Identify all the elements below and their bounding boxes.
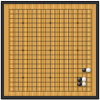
star-point-k4: [50, 77, 52, 79]
star-point-q10: [77, 50, 79, 52]
star-point-d4: [22, 77, 24, 79]
star-point-d16: [22, 22, 24, 24]
board-frame: [1, 1, 99, 99]
black-stone-q3[interactable]: [77, 82, 82, 87]
star-point-d10: [22, 50, 24, 52]
white-stone-r4[interactable]: [82, 77, 87, 82]
star-point-k16: [50, 22, 52, 24]
star-point-k10: [50, 50, 52, 52]
black-stone-q4[interactable]: [77, 77, 82, 82]
star-point-q16: [77, 22, 79, 24]
go-board-screenshot: [0, 0, 100, 100]
go-board[interactable]: [4, 4, 96, 96]
